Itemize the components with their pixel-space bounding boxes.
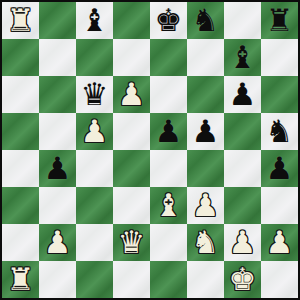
piece-white-pawn[interactable]: ♟ <box>118 76 146 113</box>
square-h1[interactable] <box>261 261 298 298</box>
square-e7[interactable] <box>150 39 187 76</box>
square-d4[interactable] <box>113 150 150 187</box>
piece-black-bishop[interactable]: ♝ <box>81 2 109 39</box>
square-c3[interactable] <box>76 187 113 224</box>
square-f7[interactable] <box>187 39 224 76</box>
square-b1[interactable] <box>39 261 76 298</box>
square-e1[interactable] <box>150 261 187 298</box>
square-a8[interactable]: ♜ <box>2 2 39 39</box>
square-g2[interactable]: ♟ <box>224 224 261 261</box>
piece-white-king[interactable]: ♚ <box>229 261 257 298</box>
square-e3[interactable]: ♝ <box>150 187 187 224</box>
square-f6[interactable] <box>187 76 224 113</box>
piece-white-queen[interactable]: ♛ <box>118 224 146 261</box>
piece-white-bishop[interactable]: ♝ <box>155 187 183 224</box>
square-g7[interactable]: ♝ <box>224 39 261 76</box>
square-h6[interactable] <box>261 76 298 113</box>
piece-black-pawn[interactable]: ♟ <box>44 150 72 187</box>
square-c8[interactable]: ♝ <box>76 2 113 39</box>
square-c5[interactable]: ♟ <box>76 113 113 150</box>
square-b2[interactable]: ♟ <box>39 224 76 261</box>
square-a6[interactable] <box>2 76 39 113</box>
square-h2[interactable]: ♟ <box>261 224 298 261</box>
square-b4[interactable]: ♟ <box>39 150 76 187</box>
chess-board: ♜♝♚♞♜♝♛♟♟♟♟♟♞♟♟♝♟♟♛♞♟♟♜♚ <box>0 0 300 300</box>
square-e5[interactable]: ♟ <box>150 113 187 150</box>
square-d5[interactable] <box>113 113 150 150</box>
square-c6[interactable]: ♛ <box>76 76 113 113</box>
piece-white-pawn[interactable]: ♟ <box>229 224 257 261</box>
square-c4[interactable] <box>76 150 113 187</box>
square-b5[interactable] <box>39 113 76 150</box>
square-f4[interactable] <box>187 150 224 187</box>
piece-black-pawn[interactable]: ♟ <box>229 76 257 113</box>
square-g5[interactable] <box>224 113 261 150</box>
square-d2[interactable]: ♛ <box>113 224 150 261</box>
piece-white-rook[interactable]: ♜ <box>7 2 35 39</box>
piece-white-knight[interactable]: ♞ <box>192 224 220 261</box>
square-c2[interactable] <box>76 224 113 261</box>
square-h4[interactable]: ♟ <box>261 150 298 187</box>
piece-black-knight[interactable]: ♞ <box>266 113 294 150</box>
piece-black-rook[interactable]: ♜ <box>266 2 294 39</box>
square-d7[interactable] <box>113 39 150 76</box>
square-f5[interactable]: ♟ <box>187 113 224 150</box>
square-a3[interactable] <box>2 187 39 224</box>
square-h5[interactable]: ♞ <box>261 113 298 150</box>
piece-white-pawn[interactable]: ♟ <box>192 187 220 224</box>
piece-white-pawn[interactable]: ♟ <box>266 224 294 261</box>
square-d1[interactable] <box>113 261 150 298</box>
piece-black-knight[interactable]: ♞ <box>192 2 220 39</box>
piece-black-pawn[interactable]: ♟ <box>155 113 183 150</box>
square-h7[interactable] <box>261 39 298 76</box>
square-e2[interactable] <box>150 224 187 261</box>
square-d6[interactable]: ♟ <box>113 76 150 113</box>
square-a7[interactable] <box>2 39 39 76</box>
square-a1[interactable]: ♜ <box>2 261 39 298</box>
square-e6[interactable] <box>150 76 187 113</box>
square-b3[interactable] <box>39 187 76 224</box>
square-g1[interactable]: ♚ <box>224 261 261 298</box>
square-f8[interactable]: ♞ <box>187 2 224 39</box>
square-e4[interactable] <box>150 150 187 187</box>
piece-white-pawn[interactable]: ♟ <box>44 224 72 261</box>
square-c1[interactable] <box>76 261 113 298</box>
square-g6[interactable]: ♟ <box>224 76 261 113</box>
square-f3[interactable]: ♟ <box>187 187 224 224</box>
square-f2[interactable]: ♞ <box>187 224 224 261</box>
piece-white-rook[interactable]: ♜ <box>7 261 35 298</box>
square-b7[interactable] <box>39 39 76 76</box>
square-c7[interactable] <box>76 39 113 76</box>
piece-black-queen[interactable]: ♛ <box>81 76 109 113</box>
chess-board-grid: ♜♝♚♞♜♝♛♟♟♟♟♟♞♟♟♝♟♟♛♞♟♟♜♚ <box>2 2 298 298</box>
square-b8[interactable] <box>39 2 76 39</box>
square-a4[interactable] <box>2 150 39 187</box>
square-h8[interactable]: ♜ <box>261 2 298 39</box>
square-a5[interactable] <box>2 113 39 150</box>
square-e8[interactable]: ♚ <box>150 2 187 39</box>
piece-black-king[interactable]: ♚ <box>155 2 183 39</box>
piece-black-pawn[interactable]: ♟ <box>192 113 220 150</box>
square-b6[interactable] <box>39 76 76 113</box>
piece-black-pawn[interactable]: ♟ <box>266 150 294 187</box>
square-d3[interactable] <box>113 187 150 224</box>
square-g4[interactable] <box>224 150 261 187</box>
piece-white-pawn[interactable]: ♟ <box>81 113 109 150</box>
square-g3[interactable] <box>224 187 261 224</box>
piece-black-bishop[interactable]: ♝ <box>229 39 257 76</box>
square-d8[interactable] <box>113 2 150 39</box>
square-a2[interactable] <box>2 224 39 261</box>
square-f1[interactable] <box>187 261 224 298</box>
square-h3[interactable] <box>261 187 298 224</box>
square-g8[interactable] <box>224 2 261 39</box>
